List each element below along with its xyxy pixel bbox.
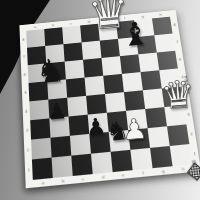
square-d7[interactable]	[82, 41, 102, 60]
square-e6[interactable]	[101, 56, 121, 76]
square-c1[interactable]	[71, 154, 92, 176]
piece-black-knight-a5[interactable]: ♞	[35, 54, 66, 88]
rank-label-6: 6	[23, 71, 26, 79]
square-a2[interactable]	[31, 138, 52, 160]
file-label-e: e	[119, 173, 128, 177]
square-b8[interactable]	[44, 27, 63, 46]
rank-label-7: 7	[175, 38, 179, 46]
square-c5[interactable]	[66, 78, 86, 98]
file-label-f: f	[139, 171, 148, 175]
maker-logo: ♕	[186, 159, 200, 180]
square-d1[interactable]	[91, 152, 113, 174]
piece-white-pawn-f2[interactable]: ♟	[121, 115, 148, 145]
square-d4[interactable]	[86, 94, 107, 115]
square-g1[interactable]	[150, 146, 173, 168]
square-a1[interactable]	[32, 158, 53, 180]
rank-label-1: 1	[27, 166, 30, 175]
square-a8[interactable]	[26, 29, 45, 48]
square-d6[interactable]	[83, 58, 103, 78]
chess-photo-scene: 87654321 87654321 abcdefgh abcdefgh FISC…	[0, 0, 200, 200]
square-e4[interactable]	[105, 92, 126, 113]
diamond-icon	[187, 162, 200, 180]
square-g5[interactable]	[141, 70, 162, 90]
file-label-c: c	[79, 177, 88, 181]
piece-white-queen-h4[interactable]: ♛	[159, 75, 196, 116]
square-f4[interactable]	[124, 90, 145, 111]
square-c8[interactable]	[62, 25, 81, 44]
rank-label-4: 4	[25, 107, 28, 115]
square-f5[interactable]	[122, 72, 143, 92]
rank-label-2: 2	[189, 130, 193, 139]
square-g6[interactable]	[138, 53, 159, 73]
file-label-a: a	[39, 181, 48, 185]
file-label-h: h	[157, 13, 165, 16]
file-label-c: c	[67, 22, 75, 25]
rank-label-7: 7	[22, 53, 25, 61]
piece-black-pawn-b3[interactable]: ♟	[46, 100, 68, 124]
square-b2[interactable]	[50, 136, 71, 158]
square-f1[interactable]	[130, 148, 152, 170]
rank-label-6: 6	[178, 55, 182, 63]
file-label-b: b	[59, 179, 68, 183]
file-label-b: b	[49, 23, 57, 26]
square-f6[interactable]	[120, 54, 141, 74]
rank-label-1: 1	[192, 149, 196, 158]
square-e1[interactable]	[111, 150, 133, 172]
square-e7[interactable]	[100, 39, 120, 58]
piece-white-queen-partially-visible-off-board-top-edge[interactable]: ♛	[86, 0, 131, 37]
square-c4[interactable]	[67, 96, 87, 117]
square-c6[interactable]	[65, 60, 85, 80]
rank-label-8: 8	[173, 21, 177, 28]
rank-label-8: 8	[22, 36, 25, 43]
rank-label-5: 5	[24, 89, 27, 97]
file-label-d: d	[99, 175, 108, 179]
square-g2[interactable]	[148, 126, 170, 148]
file-label-a: a	[31, 25, 39, 28]
rank-label-3: 3	[25, 126, 28, 134]
rank-label-2: 2	[26, 146, 29, 155]
square-b1[interactable]	[52, 156, 73, 178]
square-e5[interactable]	[103, 74, 124, 94]
piece-black-pawn-d2[interactable]: ♟	[85, 115, 107, 139]
square-d5[interactable]	[85, 76, 105, 96]
file-label-g: g	[159, 169, 168, 173]
square-c7[interactable]	[63, 42, 83, 61]
